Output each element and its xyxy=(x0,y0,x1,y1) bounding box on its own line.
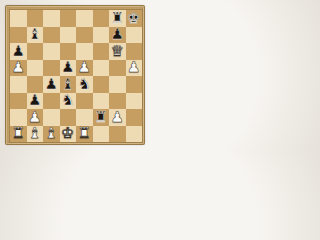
square-f1[interactable] xyxy=(93,126,110,143)
square-c8[interactable] xyxy=(43,10,60,27)
square-e4[interactable]: ♞ xyxy=(76,76,93,93)
square-b5[interactable] xyxy=(27,60,44,77)
square-b6[interactable] xyxy=(27,43,44,60)
square-b7[interactable]: ♝ xyxy=(27,27,44,44)
square-d1[interactable]: ♚ xyxy=(60,126,77,143)
square-a3[interactable] xyxy=(10,93,27,110)
square-g5[interactable] xyxy=(109,60,126,77)
square-e7[interactable] xyxy=(76,27,93,44)
square-h4[interactable] xyxy=(126,76,143,93)
black-bishop-d4[interactable]: ♝ xyxy=(61,76,74,91)
white-queen-g6[interactable]: ♛ xyxy=(111,43,124,58)
white-pawn-e5[interactable]: ♟ xyxy=(78,60,91,75)
square-h7[interactable] xyxy=(126,27,143,44)
square-f6[interactable] xyxy=(93,43,110,60)
square-h8[interactable]: ♚ xyxy=(126,10,143,27)
black-pawn-c4[interactable]: ♟ xyxy=(45,76,58,91)
white-rook-a1[interactable]: ♜ xyxy=(12,126,25,141)
black-bishop-b7[interactable]: ♝ xyxy=(28,27,41,42)
white-rook-e1[interactable]: ♜ xyxy=(78,126,91,141)
square-g4[interactable] xyxy=(109,76,126,93)
square-c3[interactable] xyxy=(43,93,60,110)
square-d3[interactable]: ♞ xyxy=(60,93,77,110)
square-g6[interactable]: ♛ xyxy=(109,43,126,60)
square-c1[interactable]: ♝ xyxy=(43,126,60,143)
square-h2[interactable] xyxy=(126,109,143,126)
square-h1[interactable] xyxy=(126,126,143,143)
white-pawn-g2[interactable]: ♟ xyxy=(111,109,124,124)
black-pawn-a6[interactable]: ♟ xyxy=(12,43,25,58)
square-d7[interactable] xyxy=(60,27,77,44)
white-pawn-h5[interactable]: ♟ xyxy=(127,60,140,75)
square-g1[interactable] xyxy=(109,126,126,143)
black-pawn-d5[interactable]: ♟ xyxy=(61,60,74,75)
black-pawn-g7[interactable]: ♟ xyxy=(111,27,124,42)
square-b1[interactable]: ♝ xyxy=(27,126,44,143)
black-knight-e4[interactable]: ♞ xyxy=(78,76,91,91)
square-a8[interactable] xyxy=(10,10,27,27)
square-c4[interactable]: ♟ xyxy=(43,76,60,93)
chessboard: ♜♚♝♟♟♛♟♟♟♟♟♝♞♟♞♟♜♟♜♝♝♚♜ xyxy=(10,10,142,142)
square-c6[interactable] xyxy=(43,43,60,60)
square-e3[interactable] xyxy=(76,93,93,110)
white-king-d1[interactable]: ♚ xyxy=(61,126,74,141)
white-pawn-a5[interactable]: ♟ xyxy=(12,60,25,75)
black-knight-d3[interactable]: ♞ xyxy=(61,93,74,108)
square-f7[interactable] xyxy=(93,27,110,44)
black-rook-f2[interactable]: ♜ xyxy=(94,109,107,124)
white-pawn-b2[interactable]: ♟ xyxy=(28,109,41,124)
black-rook-g8[interactable]: ♜ xyxy=(111,10,124,25)
white-bishop-b1[interactable]: ♝ xyxy=(28,126,41,141)
chessboard-frame: ♜♚♝♟♟♛♟♟♟♟♟♝♞♟♞♟♜♟♜♝♝♚♜ xyxy=(5,5,145,145)
square-f4[interactable] xyxy=(93,76,110,93)
square-a1[interactable]: ♜ xyxy=(10,126,27,143)
square-a4[interactable] xyxy=(10,76,27,93)
square-g2[interactable]: ♟ xyxy=(109,109,126,126)
white-bishop-c1[interactable]: ♝ xyxy=(45,126,58,141)
square-h5[interactable]: ♟ xyxy=(126,60,143,77)
square-f5[interactable] xyxy=(93,60,110,77)
square-f2[interactable]: ♜ xyxy=(93,109,110,126)
square-e8[interactable] xyxy=(76,10,93,27)
square-h3[interactable] xyxy=(126,93,143,110)
square-e1[interactable]: ♜ xyxy=(76,126,93,143)
square-c7[interactable] xyxy=(43,27,60,44)
square-a5[interactable]: ♟ xyxy=(10,60,27,77)
square-f8[interactable] xyxy=(93,10,110,27)
square-d8[interactable] xyxy=(60,10,77,27)
black-king-h8[interactable]: ♚ xyxy=(127,10,140,25)
black-pawn-b3[interactable]: ♟ xyxy=(28,93,41,108)
